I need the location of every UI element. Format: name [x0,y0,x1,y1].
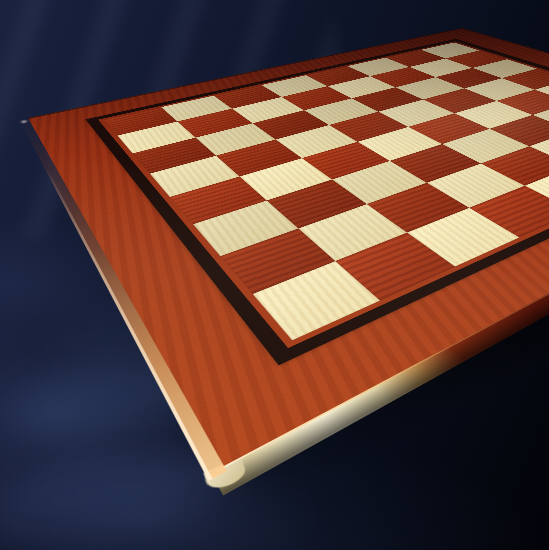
photo-scene [0,0,549,550]
chessboard [28,28,549,466]
ebony-inlay-line [86,39,549,366]
inner-padauk-border [98,41,549,348]
playing-field [104,42,549,340]
